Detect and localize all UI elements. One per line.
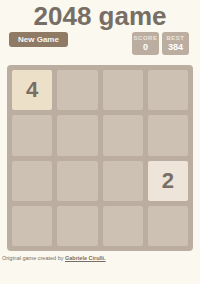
empty-cell xyxy=(103,115,143,155)
empty-cell xyxy=(103,161,143,201)
empty-cell xyxy=(57,161,97,201)
best-value: 384 xyxy=(168,42,183,52)
tile-2: 2 xyxy=(148,161,188,201)
empty-cell xyxy=(103,206,143,246)
score-value: 0 xyxy=(143,42,148,52)
empty-cell xyxy=(103,70,143,110)
score-box: SCORE 0 xyxy=(132,32,159,55)
empty-cell xyxy=(12,115,52,155)
empty-cell xyxy=(12,206,52,246)
game-board[interactable]: 42 xyxy=(7,65,193,251)
empty-cell xyxy=(148,206,188,246)
page-title: 2048 game xyxy=(0,0,200,31)
score-label: SCORE xyxy=(134,35,158,41)
empty-cell xyxy=(148,70,188,110)
score-panel: SCORE 0 BEST 384 xyxy=(132,32,189,55)
empty-cell xyxy=(57,115,97,155)
new-game-button[interactable]: New Game xyxy=(9,32,68,47)
empty-cell xyxy=(12,161,52,201)
empty-cell xyxy=(57,206,97,246)
empty-cell xyxy=(57,70,97,110)
footer-credit-text: Original game created by xyxy=(2,255,65,261)
empty-cell xyxy=(148,115,188,155)
author-link[interactable]: Gabriele Cirulli. xyxy=(65,255,106,261)
toolbar: New Game SCORE 0 BEST 384 xyxy=(0,31,200,55)
footer-credit: Original game created by Gabriele Cirull… xyxy=(2,255,200,261)
tile-4: 4 xyxy=(12,70,52,110)
best-box: BEST 384 xyxy=(162,32,189,55)
best-label: BEST xyxy=(166,35,184,41)
